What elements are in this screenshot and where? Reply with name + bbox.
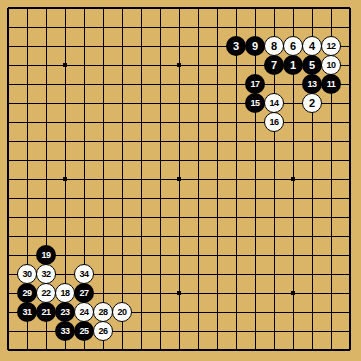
move-number: 8 (271, 41, 277, 52)
move-number: 4 (309, 41, 315, 52)
stone-white-4[interactable]: 4 (302, 36, 322, 56)
move-number: 30 (22, 270, 31, 279)
stone-white-14[interactable]: 14 (264, 93, 284, 113)
stone-white-2[interactable]: 2 (302, 93, 322, 113)
move-number: 9 (252, 41, 258, 52)
move-number: 22 (41, 289, 50, 298)
stone-white-10[interactable]: 10 (321, 55, 341, 75)
stone-black-17[interactable]: 17 (245, 74, 265, 94)
move-number: 13 (307, 80, 316, 89)
move-number: 18 (60, 289, 69, 298)
stone-black-1[interactable]: 1 (283, 55, 303, 75)
move-number: 6 (290, 41, 296, 52)
stone-black-29[interactable]: 29 (17, 283, 37, 303)
move-number: 29 (22, 289, 31, 298)
move-number: 26 (98, 327, 107, 336)
stones-layer: 1234567891011121314151617181920212223242… (0, 0, 360, 360)
stone-black-13[interactable]: 13 (302, 74, 322, 94)
stone-black-27[interactable]: 27 (74, 283, 94, 303)
stone-white-32[interactable]: 32 (36, 264, 56, 284)
move-number: 19 (41, 251, 50, 260)
move-number: 24 (79, 308, 88, 317)
stone-white-8[interactable]: 8 (264, 36, 284, 56)
move-number: 15 (250, 99, 259, 108)
move-number: 10 (326, 61, 335, 70)
move-number: 16 (269, 118, 278, 127)
stone-black-19[interactable]: 19 (36, 245, 56, 265)
stone-white-26[interactable]: 26 (93, 321, 113, 341)
move-number: 5 (309, 60, 315, 71)
stone-white-16[interactable]: 16 (264, 112, 284, 132)
stone-black-21[interactable]: 21 (36, 302, 56, 322)
move-number: 14 (269, 99, 278, 108)
move-number: 20 (117, 308, 126, 317)
move-number: 33 (60, 327, 69, 336)
stone-white-18[interactable]: 18 (55, 283, 75, 303)
move-number: 34 (79, 270, 88, 279)
move-number: 23 (60, 308, 69, 317)
stone-white-24[interactable]: 24 (74, 302, 94, 322)
move-number: 11 (327, 80, 336, 89)
move-number: 21 (41, 308, 50, 317)
move-number: 1 (290, 60, 296, 71)
move-number: 12 (326, 42, 335, 51)
stone-white-6[interactable]: 6 (283, 36, 303, 56)
move-number: 17 (250, 80, 259, 89)
stone-white-28[interactable]: 28 (93, 302, 113, 322)
stone-white-34[interactable]: 34 (74, 264, 94, 284)
stone-black-7[interactable]: 7 (264, 55, 284, 75)
stone-black-11[interactable]: 11 (321, 74, 341, 94)
move-number: 3 (233, 41, 239, 52)
move-number: 32 (41, 270, 50, 279)
stone-black-33[interactable]: 33 (55, 321, 75, 341)
move-number: 25 (79, 327, 88, 336)
stone-black-31[interactable]: 31 (17, 302, 37, 322)
move-number: 31 (22, 308, 31, 317)
stone-black-15[interactable]: 15 (245, 93, 265, 113)
stone-black-9[interactable]: 9 (245, 36, 265, 56)
stone-white-20[interactable]: 20 (112, 302, 132, 322)
stone-black-5[interactable]: 5 (302, 55, 322, 75)
stone-black-23[interactable]: 23 (55, 302, 75, 322)
move-number: 27 (79, 289, 88, 298)
move-number: 28 (98, 308, 107, 317)
move-number: 2 (309, 98, 315, 109)
stone-white-12[interactable]: 12 (321, 36, 341, 56)
move-number: 7 (271, 60, 277, 71)
stone-white-22[interactable]: 22 (36, 283, 56, 303)
go-board[interactable]: 1234567891011121314151617181920212223242… (0, 0, 361, 361)
stone-black-3[interactable]: 3 (226, 36, 246, 56)
stone-white-30[interactable]: 30 (17, 264, 37, 284)
stone-black-25[interactable]: 25 (74, 321, 94, 341)
